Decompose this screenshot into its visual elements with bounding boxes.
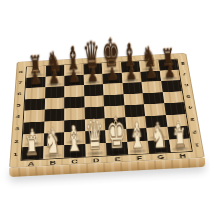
rank-label-left-6: 6 <box>17 91 21 96</box>
rank-label-right-5: 5 <box>186 94 191 99</box>
rank-label-right-1: 1 <box>194 142 199 148</box>
board-perspective-scene: ♜♞♝♛♚♝♞♜♟♟♟♟♟♟♟♟♟♟♟♟♟♟♟♟♜♞♝♛♚♝♞♜ ABCDEFG… <box>0 0 205 168</box>
black-pawn-a7[interactable]: ♟ <box>29 69 41 88</box>
white-bishop-c1[interactable]: ♝ <box>64 121 83 158</box>
black-pawn-c7[interactable]: ♟ <box>67 67 79 86</box>
board-tilt-wrapper: ♜♞♝♛♚♝♞♜♟♟♟♟♟♟♟♟♟♟♟♟♟♟♟♟♜♞♝♛♚♝♞♜ ABCDEFG… <box>0 0 210 210</box>
square-e6[interactable] <box>103 83 123 95</box>
chess-board: ♜♞♝♛♚♝♞♜♟♟♟♟♟♟♟♟♟♟♟♟♟♟♟♟♜♞♝♛♚♝♞♜ ABCDEFG… <box>9 53 205 168</box>
black-pawn-d7[interactable]: ♟ <box>87 66 99 85</box>
square-d1[interactable]: ♛ <box>85 143 107 157</box>
rank-label-right-3: 3 <box>190 117 195 122</box>
white-bishop-f1[interactable]: ♝ <box>128 117 147 154</box>
white-rook-a1[interactable]: ♜ <box>23 132 39 159</box>
board-grid: ♜♞♝♛♚♝♞♜♟♟♟♟♟♟♟♟♟♟♟♟♟♟♟♟♜♞♝♛♚♝♞♜ <box>21 59 193 161</box>
black-pawn-e7[interactable]: ♟ <box>106 65 118 84</box>
black-pawn-b7[interactable]: ♟ <box>48 68 60 87</box>
black-pawn-h7[interactable]: ♟ <box>164 62 176 81</box>
square-h1[interactable]: ♜ <box>169 138 192 152</box>
rank-label-right-8: 8 <box>181 61 186 65</box>
square-b1[interactable]: ♞ <box>43 145 64 159</box>
rank-label-right-2: 2 <box>192 129 197 134</box>
square-g1[interactable]: ♞ <box>148 139 171 153</box>
square-c1[interactable]: ♝ <box>64 144 85 158</box>
white-queen-d1[interactable]: ♛ <box>84 114 105 156</box>
rank-label-right-7: 7 <box>183 72 188 77</box>
white-king-e1[interactable]: ♚ <box>105 110 127 155</box>
rank-label-left-4: 4 <box>16 114 20 119</box>
square-e1[interactable]: ♚ <box>106 142 128 156</box>
white-rook-h1[interactable]: ♜ <box>172 124 188 151</box>
photo-background: ♜♞♝♛♚♝♞♜♟♟♟♟♟♟♟♟♟♟♟♟♟♟♟♟♜♞♝♛♚♝♞♜ ABCDEFG… <box>0 0 210 210</box>
black-pawn-g7[interactable]: ♟ <box>144 63 156 82</box>
rank-label-left-8: 8 <box>19 70 23 75</box>
black-pawn-f7[interactable]: ♟ <box>125 64 137 83</box>
square-a1[interactable]: ♜ <box>22 146 44 160</box>
rank-label-left-3: 3 <box>15 126 20 131</box>
white-knight-b1[interactable]: ♞ <box>43 126 62 159</box>
white-knight-g1[interactable]: ♞ <box>150 120 169 153</box>
rank-label-left-2: 2 <box>14 139 19 144</box>
rank-label-right-4: 4 <box>188 105 193 110</box>
rank-label-left-7: 7 <box>18 80 22 85</box>
square-f1[interactable]: ♝ <box>127 140 149 154</box>
rank-label-left-5: 5 <box>17 103 21 108</box>
rank-label-left-1: 1 <box>13 152 18 158</box>
rank-label-right-6: 6 <box>184 83 189 88</box>
